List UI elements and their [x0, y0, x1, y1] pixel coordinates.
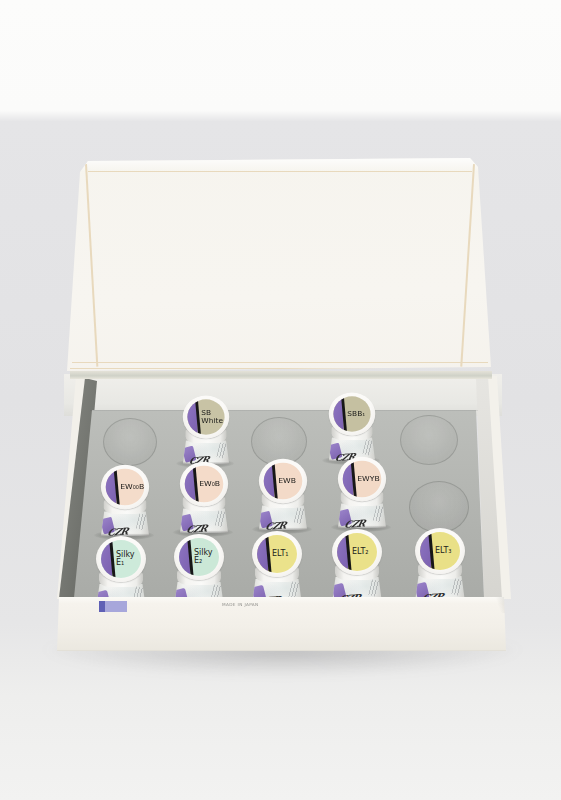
- cap-shade-label: SBWhite: [187, 399, 224, 434]
- product-photo: CZR SBWhite CZR SBB₁: [0, 0, 561, 800]
- cap-label-text: SilkyE₁: [116, 540, 141, 578]
- jar-sbb1: CZR SBB₁: [326, 391, 378, 464]
- made-in-label: MADE IN JAPAN: [222, 602, 259, 607]
- jar-body-fine-print: [368, 579, 380, 596]
- cap-label-line: EWYB: [357, 475, 381, 483]
- cap-shade-label: SilkyE₁: [101, 540, 141, 578]
- cap-shade-label: ELT₁: [257, 535, 297, 573]
- jar-cap-top: EW₀₀B: [101, 465, 149, 509]
- cap-shade-label: EW₀B: [185, 466, 224, 503]
- cap-label-line: E₂: [194, 557, 219, 566]
- cap-label-text: SBWhite: [201, 399, 224, 434]
- jar-cap-top: SBB₁: [329, 393, 376, 436]
- sticker-dark-segment: [99, 601, 105, 612]
- cap-label-line: ELT₃: [435, 547, 460, 556]
- jar-body-fine-print: [215, 510, 226, 527]
- cap-shade-label: EWYB: [343, 461, 382, 498]
- jar-body-fine-print: [288, 581, 300, 598]
- cap-label-text: ELT₃: [435, 532, 460, 570]
- jar-cap-top: ELT₃: [415, 528, 465, 574]
- jar-body: CZR: [259, 505, 307, 530]
- cap-label-line: EW₀B: [199, 480, 223, 488]
- jar-elt2: CZR ELT₂: [329, 527, 385, 605]
- cap-label-line: ELT₁: [272, 550, 297, 559]
- jar-cap-top: SilkyE₁: [96, 536, 146, 582]
- cap-label-line: EWB: [278, 477, 302, 485]
- jar-cap-top: EWYB: [338, 457, 386, 501]
- jar-body: CZR: [180, 508, 228, 533]
- jar-body-fine-print: [451, 578, 463, 595]
- box-front-wall: MADE IN JAPAN: [0, 597, 561, 652]
- jar-cap-top: EWB: [259, 459, 307, 503]
- cap-label-text: EWYB: [357, 461, 381, 498]
- cap-label-line: E₁: [116, 559, 141, 568]
- cap-label-text: SilkyE₂: [194, 538, 219, 576]
- cap-label-text: ELT₁: [272, 535, 297, 573]
- cap-label-line: SBB₁: [347, 410, 370, 418]
- cap-shade-label: SilkyE₂: [179, 538, 219, 576]
- jar-body-fine-print: [373, 505, 384, 522]
- jar-ew0b: CZR EW₀B: [177, 460, 231, 535]
- cap-label-text: EWB: [278, 463, 302, 500]
- cap-label-text: EW₀B: [199, 466, 223, 503]
- jar-body-fine-print: [136, 513, 147, 530]
- cap-label-line: White: [201, 417, 224, 425]
- cap-shade-label: ELT₃: [420, 532, 460, 570]
- cap-shade-label: ELT₂: [337, 533, 377, 571]
- cap-label-text: EW₀₀B: [120, 469, 144, 506]
- cap-shade-label: EW₀₀B: [106, 469, 145, 506]
- jar-group: CZR SBWhite CZR SBB₁: [0, 0, 561, 800]
- jar-body-fine-print: [216, 442, 227, 458]
- jar-elt1: CZR ELT₁: [249, 529, 305, 607]
- cap-shade-label: SBB₁: [333, 396, 370, 431]
- jar-sb-white: CZR SBWhite: [180, 394, 232, 467]
- jar-cap-top: ELT₂: [332, 529, 382, 575]
- cap-label-text: ELT₂: [352, 533, 377, 571]
- jar-ew00b: CZR EW₀₀B: [98, 463, 152, 538]
- cap-shade-label: EWB: [264, 463, 303, 500]
- cap-label-line: ELT₂: [352, 548, 377, 557]
- jar-cap-top: SilkyE₂: [174, 534, 224, 580]
- jar-ewb: CZR EWB: [256, 457, 310, 532]
- jar-body: CZR: [338, 503, 386, 528]
- front-wall-sticker: [99, 601, 127, 612]
- jar-cap-top: ELT₁: [252, 531, 302, 577]
- jar-elt3: CZR ELT₃: [412, 526, 468, 604]
- jar-body-fine-print: [294, 507, 305, 524]
- cap-label-line: EW₀₀B: [120, 483, 144, 491]
- jar-body-fine-print: [362, 439, 373, 455]
- cap-label-text: SBB₁: [347, 396, 370, 431]
- jar-cap-top: EW₀B: [180, 462, 228, 506]
- jar-body: CZR: [101, 511, 149, 536]
- jar-cap-top: SBWhite: [183, 396, 230, 439]
- jar-ewyb: CZR EWYB: [335, 455, 389, 530]
